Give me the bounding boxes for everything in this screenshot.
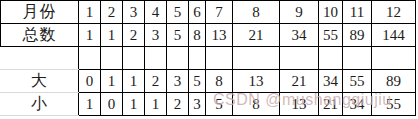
cell xyxy=(343,47,372,70)
row-big: 大 0 1 1 2 3 5 8 13 21 34 55 89 xyxy=(1,70,416,93)
cell: 3 xyxy=(189,93,206,116)
cell: 2 xyxy=(123,24,145,47)
cell: 8 xyxy=(189,24,206,47)
fibonacci-table: 月份 1 2 3 4 5 6 7 8 9 10 11 12 总数 1 1 2 3… xyxy=(0,0,416,116)
cell xyxy=(372,47,416,70)
cell: 11 xyxy=(343,1,372,24)
cell: 55 xyxy=(319,24,343,47)
cell: 3 xyxy=(167,70,189,93)
cell xyxy=(123,47,145,70)
cell: 1 xyxy=(145,93,167,116)
cell: 1 xyxy=(101,24,123,47)
cell: 2 xyxy=(101,1,123,24)
cell: 7 xyxy=(206,1,233,24)
cell xyxy=(233,47,280,70)
cell: 34 xyxy=(280,24,319,47)
row-blank xyxy=(1,47,416,70)
cell: 13 xyxy=(233,70,280,93)
cell: 1 xyxy=(79,1,101,24)
cell: 6 xyxy=(189,1,206,24)
row-label-empty xyxy=(1,47,79,70)
row-label-big: 大 xyxy=(1,70,79,93)
cell: 9 xyxy=(280,1,319,24)
cell: 1 xyxy=(123,70,145,93)
cell: 10 xyxy=(319,1,343,24)
row-label-month: 月份 xyxy=(1,1,79,24)
cell: 0 xyxy=(79,70,101,93)
cell: 21 xyxy=(319,93,343,116)
cell: 2 xyxy=(167,93,189,116)
row-label-small: 小 xyxy=(1,93,79,116)
cell: 0 xyxy=(101,93,123,116)
cell: 5 xyxy=(189,70,206,93)
cell: 21 xyxy=(280,70,319,93)
cell: 5 xyxy=(206,93,233,116)
cell: 55 xyxy=(343,70,372,93)
row-total: 总数 1 1 2 3 5 8 13 21 34 55 89 144 xyxy=(1,24,416,47)
cell: 12 xyxy=(372,1,416,24)
cell: 1 xyxy=(101,70,123,93)
cell: 1 xyxy=(123,93,145,116)
cell: 13 xyxy=(280,93,319,116)
cell xyxy=(145,47,167,70)
cell: 3 xyxy=(123,1,145,24)
cell xyxy=(189,47,206,70)
row-small: 小 1 0 1 1 2 3 5 8 13 21 34 55 xyxy=(1,93,416,116)
cell: 3 xyxy=(145,24,167,47)
cell: 8 xyxy=(206,70,233,93)
cell: 13 xyxy=(206,24,233,47)
cell: 1 xyxy=(79,93,101,116)
cell xyxy=(206,47,233,70)
cell: 1 xyxy=(79,24,101,47)
row-label-total: 总数 xyxy=(1,24,79,47)
row-month: 月份 1 2 3 4 5 6 7 8 9 10 11 12 xyxy=(1,1,416,24)
cell: 8 xyxy=(233,1,280,24)
cell: 2 xyxy=(145,70,167,93)
cell: 34 xyxy=(319,70,343,93)
cell xyxy=(79,47,101,70)
cell: 55 xyxy=(372,93,416,116)
cell xyxy=(280,47,319,70)
cell xyxy=(319,47,343,70)
cell: 144 xyxy=(372,24,416,47)
cell: 5 xyxy=(167,24,189,47)
cell: 34 xyxy=(343,93,372,116)
cell: 21 xyxy=(233,24,280,47)
cell: 8 xyxy=(233,93,280,116)
cell: 5 xyxy=(167,1,189,24)
cell xyxy=(167,47,189,70)
cell: 89 xyxy=(372,70,416,93)
cell: 4 xyxy=(145,1,167,24)
cell xyxy=(101,47,123,70)
cell: 89 xyxy=(343,24,372,47)
